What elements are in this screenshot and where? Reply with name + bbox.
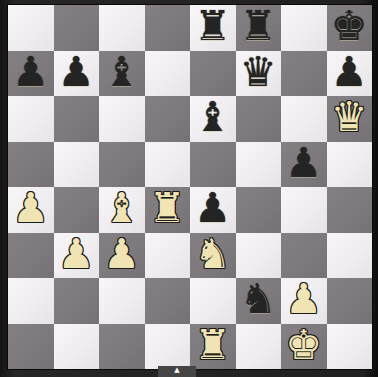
square-g5[interactable]: ♟ [281,142,327,188]
square-d6[interactable] [145,96,191,142]
white-rook[interactable]: ♜ [149,188,186,229]
white-pawn[interactable]: ♟ [58,234,95,275]
square-d2[interactable] [145,278,191,324]
board-bottom-tab[interactable]: ▲ [158,366,196,377]
square-g8[interactable] [281,5,327,51]
black-bishop[interactable]: ♝ [103,52,140,93]
white-pawn[interactable]: ♟ [285,279,322,320]
board-frame: ♜♜♚♟♟♝♛♟♝♛♟♟♝♜♟♟♟♞♞♟♜♚ ▲ [0,0,378,377]
square-a4[interactable]: ♟ [8,187,54,233]
square-h7[interactable]: ♟ [327,51,373,97]
square-c6[interactable] [99,96,145,142]
square-c7[interactable]: ♝ [99,51,145,97]
square-h6[interactable]: ♛ [327,96,373,142]
square-g1[interactable]: ♚ [281,324,327,370]
square-g7[interactable] [281,51,327,97]
square-f8[interactable]: ♜ [236,5,282,51]
square-a6[interactable] [8,96,54,142]
square-f2[interactable]: ♞ [236,278,282,324]
square-a2[interactable] [8,278,54,324]
black-rook[interactable]: ♜ [194,6,231,47]
square-h3[interactable] [327,233,373,279]
square-h4[interactable] [327,187,373,233]
black-pawn[interactable]: ♟ [331,52,368,93]
square-g4[interactable] [281,187,327,233]
square-g2[interactable]: ♟ [281,278,327,324]
black-pawn[interactable]: ♟ [194,188,231,229]
black-bishop[interactable]: ♝ [194,97,231,138]
square-b2[interactable] [54,278,100,324]
white-pawn[interactable]: ♟ [12,188,49,229]
square-e8[interactable]: ♜ [190,5,236,51]
chess-board: ♜♜♚♟♟♝♛♟♝♛♟♟♝♜♟♟♟♞♞♟♜♚ [8,5,372,369]
square-d7[interactable] [145,51,191,97]
square-g3[interactable] [281,233,327,279]
square-f7[interactable]: ♛ [236,51,282,97]
square-b5[interactable] [54,142,100,188]
white-rook[interactable]: ♜ [194,325,231,366]
square-f5[interactable] [236,142,282,188]
square-b1[interactable] [54,324,100,370]
square-a5[interactable] [8,142,54,188]
square-e2[interactable] [190,278,236,324]
square-f6[interactable] [236,96,282,142]
square-c1[interactable] [99,324,145,370]
square-d1[interactable] [145,324,191,370]
square-e3[interactable]: ♞ [190,233,236,279]
square-b8[interactable] [54,5,100,51]
black-knight[interactable]: ♞ [240,279,277,320]
square-b7[interactable]: ♟ [54,51,100,97]
square-f4[interactable] [236,187,282,233]
square-a3[interactable] [8,233,54,279]
square-h1[interactable] [327,324,373,370]
square-a1[interactable] [8,324,54,370]
square-h8[interactable]: ♚ [327,5,373,51]
square-h2[interactable] [327,278,373,324]
square-c8[interactable] [99,5,145,51]
white-knight[interactable]: ♞ [194,234,231,275]
square-b6[interactable] [54,96,100,142]
square-b3[interactable]: ♟ [54,233,100,279]
square-e6[interactable]: ♝ [190,96,236,142]
white-king[interactable]: ♚ [285,325,322,366]
square-a8[interactable] [8,5,54,51]
square-c3[interactable]: ♟ [99,233,145,279]
black-pawn[interactable]: ♟ [285,143,322,184]
square-c4[interactable]: ♝ [99,187,145,233]
square-a7[interactable]: ♟ [8,51,54,97]
square-f1[interactable] [236,324,282,370]
up-triangle-icon: ▲ [174,367,179,374]
square-b4[interactable] [54,187,100,233]
black-pawn[interactable]: ♟ [58,52,95,93]
square-d4[interactable]: ♜ [145,187,191,233]
square-e1[interactable]: ♜ [190,324,236,370]
square-g6[interactable] [281,96,327,142]
square-e5[interactable] [190,142,236,188]
square-d5[interactable] [145,142,191,188]
square-c5[interactable] [99,142,145,188]
white-pawn[interactable]: ♟ [103,234,140,275]
black-king[interactable]: ♚ [331,6,368,47]
square-h5[interactable] [327,142,373,188]
square-e7[interactable] [190,51,236,97]
black-pawn[interactable]: ♟ [12,52,49,93]
white-queen[interactable]: ♛ [331,97,368,138]
square-d3[interactable] [145,233,191,279]
black-rook[interactable]: ♜ [240,6,277,47]
black-queen[interactable]: ♛ [240,52,277,93]
square-e4[interactable]: ♟ [190,187,236,233]
square-d8[interactable] [145,5,191,51]
white-bishop[interactable]: ♝ [103,188,140,229]
square-c2[interactable] [99,278,145,324]
square-f3[interactable] [236,233,282,279]
